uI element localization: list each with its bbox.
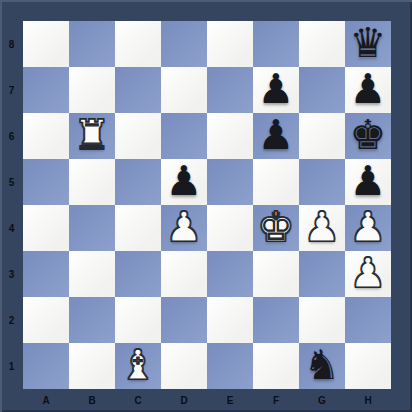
piece-white-pawn[interactable]: ♟ [350, 207, 387, 248]
square-h4[interactable]: ♟ [345, 205, 391, 251]
square-b4[interactable] [69, 205, 115, 251]
file-label-h: H [345, 389, 391, 412]
square-b2[interactable] [69, 297, 115, 343]
square-a2[interactable] [23, 297, 69, 343]
square-e5[interactable] [207, 159, 253, 205]
piece-white-pawn[interactable]: ♟ [304, 207, 341, 248]
square-f3[interactable] [253, 251, 299, 297]
square-h6[interactable]: ♚ [345, 113, 391, 159]
square-e8[interactable] [207, 21, 253, 67]
piece-white-king[interactable]: ♚ [258, 207, 295, 248]
square-d6[interactable] [161, 113, 207, 159]
square-g5[interactable] [299, 159, 345, 205]
piece-black-pawn[interactable]: ♟ [258, 69, 295, 110]
file-label-b: B [69, 389, 115, 412]
square-d4[interactable]: ♟ [161, 205, 207, 251]
square-b6[interactable]: ♜ [69, 113, 115, 159]
piece-black-pawn[interactable]: ♟ [166, 161, 203, 202]
square-d5[interactable]: ♟ [161, 159, 207, 205]
file-label-e: E [207, 389, 253, 412]
square-c8[interactable] [115, 21, 161, 67]
square-c5[interactable] [115, 159, 161, 205]
square-h5[interactable]: ♟ [345, 159, 391, 205]
square-c2[interactable] [115, 297, 161, 343]
square-e4[interactable] [207, 205, 253, 251]
square-a6[interactable] [23, 113, 69, 159]
chess-board-frame: 87654321 ♛♟♟♜♟♚♟♟♟♚♟♟♟♝♞ ABCDEFGH [0, 0, 412, 412]
square-h3[interactable]: ♟ [345, 251, 391, 297]
square-c6[interactable] [115, 113, 161, 159]
square-g7[interactable] [299, 67, 345, 113]
square-f1[interactable] [253, 343, 299, 389]
square-c1[interactable]: ♝ [115, 343, 161, 389]
piece-white-pawn[interactable]: ♟ [350, 253, 387, 294]
piece-white-rook[interactable]: ♜ [74, 115, 111, 156]
piece-white-pawn[interactable]: ♟ [166, 207, 203, 248]
square-f5[interactable] [253, 159, 299, 205]
rank-label-3: 3 [0, 251, 23, 297]
square-c3[interactable] [115, 251, 161, 297]
rank-label-4: 4 [0, 205, 23, 251]
square-c4[interactable] [115, 205, 161, 251]
square-f4[interactable]: ♚ [253, 205, 299, 251]
rank-label-5: 5 [0, 159, 23, 205]
square-f2[interactable] [253, 297, 299, 343]
rank-label-2: 2 [0, 297, 23, 343]
square-e2[interactable] [207, 297, 253, 343]
chess-board[interactable]: ♛♟♟♜♟♚♟♟♟♚♟♟♟♝♞ [23, 21, 391, 389]
square-g3[interactable] [299, 251, 345, 297]
square-c7[interactable] [115, 67, 161, 113]
square-a3[interactable] [23, 251, 69, 297]
square-g6[interactable] [299, 113, 345, 159]
square-a7[interactable] [23, 67, 69, 113]
file-label-g: G [299, 389, 345, 412]
square-g1[interactable]: ♞ [299, 343, 345, 389]
file-label-a: A [23, 389, 69, 412]
piece-black-queen[interactable]: ♛ [350, 23, 387, 64]
file-label-d: D [161, 389, 207, 412]
square-h2[interactable] [345, 297, 391, 343]
square-f6[interactable]: ♟ [253, 113, 299, 159]
file-label-f: F [253, 389, 299, 412]
square-b3[interactable] [69, 251, 115, 297]
piece-black-pawn[interactable]: ♟ [350, 161, 387, 202]
square-h7[interactable]: ♟ [345, 67, 391, 113]
rank-label-7: 7 [0, 67, 23, 113]
square-a1[interactable] [23, 343, 69, 389]
square-d1[interactable] [161, 343, 207, 389]
square-e7[interactable] [207, 67, 253, 113]
square-g2[interactable] [299, 297, 345, 343]
square-b7[interactable] [69, 67, 115, 113]
piece-white-bishop[interactable]: ♝ [120, 345, 157, 386]
file-labels: ABCDEFGH [23, 389, 391, 412]
piece-black-pawn[interactable]: ♟ [350, 69, 387, 110]
square-b1[interactable] [69, 343, 115, 389]
rank-labels: 87654321 [0, 21, 23, 389]
square-a8[interactable] [23, 21, 69, 67]
rank-label-1: 1 [0, 343, 23, 389]
square-e6[interactable] [207, 113, 253, 159]
rank-label-8: 8 [0, 21, 23, 67]
square-h8[interactable]: ♛ [345, 21, 391, 67]
square-d8[interactable] [161, 21, 207, 67]
square-d3[interactable] [161, 251, 207, 297]
square-a4[interactable] [23, 205, 69, 251]
piece-black-king[interactable]: ♚ [350, 115, 387, 156]
square-f8[interactable] [253, 21, 299, 67]
file-label-c: C [115, 389, 161, 412]
square-e1[interactable] [207, 343, 253, 389]
square-g8[interactable] [299, 21, 345, 67]
square-b5[interactable] [69, 159, 115, 205]
square-f7[interactable]: ♟ [253, 67, 299, 113]
piece-black-pawn[interactable]: ♟ [258, 115, 295, 156]
square-h1[interactable] [345, 343, 391, 389]
rank-label-6: 6 [0, 113, 23, 159]
square-d2[interactable] [161, 297, 207, 343]
square-g4[interactable]: ♟ [299, 205, 345, 251]
piece-black-knight[interactable]: ♞ [304, 345, 341, 386]
square-d7[interactable] [161, 67, 207, 113]
square-a5[interactable] [23, 159, 69, 205]
square-e3[interactable] [207, 251, 253, 297]
square-b8[interactable] [69, 21, 115, 67]
